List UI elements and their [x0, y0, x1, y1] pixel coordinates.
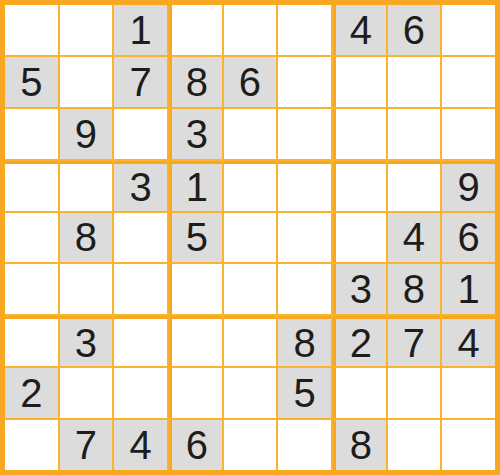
cell-r3c7[interactable] [333, 109, 386, 159]
cell-r4c8[interactable] [388, 161, 441, 211]
cell-r9c1[interactable] [5, 420, 58, 470]
cell-r1c1[interactable] [5, 5, 58, 55]
cell-r9c7[interactable]: 8 [333, 420, 386, 470]
cell-r5c1[interactable] [5, 213, 58, 263]
cell-r1c8[interactable]: 6 [388, 5, 441, 55]
cell-r6c6[interactable] [278, 264, 331, 314]
cell-r4c1[interactable] [5, 161, 58, 211]
cell-r2c5[interactable]: 6 [224, 57, 277, 107]
cell-r2c2[interactable] [60, 57, 113, 107]
cell-r2c1[interactable]: 5 [5, 57, 58, 107]
cell-r1c6[interactable] [278, 5, 331, 55]
cell-r9c4[interactable]: 6 [169, 420, 222, 470]
cell-r7c3[interactable] [114, 316, 167, 366]
cell-r5c8[interactable]: 4 [388, 213, 441, 263]
cell-r5c9[interactable]: 6 [442, 213, 495, 263]
cell-r7c6[interactable]: 8 [278, 316, 331, 366]
cell-r7c2[interactable]: 3 [60, 316, 113, 366]
cell-r5c4[interactable]: 5 [169, 213, 222, 263]
cell-r2c9[interactable] [442, 57, 495, 107]
cell-r4c5[interactable] [224, 161, 277, 211]
cell-r4c3[interactable]: 3 [114, 161, 167, 211]
cell-r2c6[interactable] [278, 57, 331, 107]
cell-r1c3[interactable]: 1 [114, 5, 167, 55]
cell-r8c1[interactable]: 2 [5, 368, 58, 418]
cell-r6c2[interactable] [60, 264, 113, 314]
cell-r2c7[interactable] [333, 57, 386, 107]
cell-r6c4[interactable] [169, 264, 222, 314]
cell-r9c5[interactable] [224, 420, 277, 470]
cell-r3c6[interactable] [278, 109, 331, 159]
cell-r8c4[interactable] [169, 368, 222, 418]
cell-r6c8[interactable]: 8 [388, 264, 441, 314]
cell-r1c7[interactable]: 4 [333, 5, 386, 55]
cell-r1c2[interactable] [60, 5, 113, 55]
cell-r2c3[interactable]: 7 [114, 57, 167, 107]
cell-r8c3[interactable] [114, 368, 167, 418]
cell-r3c9[interactable] [442, 109, 495, 159]
cell-r8c8[interactable] [388, 368, 441, 418]
sudoku-board: 146578693319854638138274257468 [0, 0, 500, 475]
cell-r3c1[interactable] [5, 109, 58, 159]
cell-r4c6[interactable] [278, 161, 331, 211]
cell-r1c4[interactable] [169, 5, 222, 55]
cell-r5c7[interactable] [333, 213, 386, 263]
cell-r3c5[interactable] [224, 109, 277, 159]
cell-r7c5[interactable] [224, 316, 277, 366]
cell-r4c2[interactable] [60, 161, 113, 211]
cell-r6c9[interactable]: 1 [442, 264, 495, 314]
cell-r4c7[interactable] [333, 161, 386, 211]
cell-r1c5[interactable] [224, 5, 277, 55]
cell-r6c5[interactable] [224, 264, 277, 314]
cell-r6c3[interactable] [114, 264, 167, 314]
cell-r8c9[interactable] [442, 368, 495, 418]
cell-r7c4[interactable] [169, 316, 222, 366]
cell-r6c1[interactable] [5, 264, 58, 314]
cell-r7c8[interactable]: 7 [388, 316, 441, 366]
cell-r8c6[interactable]: 5 [278, 368, 331, 418]
cell-r2c4[interactable]: 8 [169, 57, 222, 107]
cell-r7c7[interactable]: 2 [333, 316, 386, 366]
cell-r4c9[interactable]: 9 [442, 161, 495, 211]
cell-r5c6[interactable] [278, 213, 331, 263]
cell-r5c5[interactable] [224, 213, 277, 263]
cell-r9c6[interactable] [278, 420, 331, 470]
cell-r7c1[interactable] [5, 316, 58, 366]
cell-r6c7[interactable]: 3 [333, 264, 386, 314]
cell-r5c2[interactable]: 8 [60, 213, 113, 263]
cell-r1c9[interactable] [442, 5, 495, 55]
cell-r5c3[interactable] [114, 213, 167, 263]
cell-r9c8[interactable] [388, 420, 441, 470]
cell-r9c2[interactable]: 7 [60, 420, 113, 470]
cell-r8c2[interactable] [60, 368, 113, 418]
cell-r3c4[interactable]: 3 [169, 109, 222, 159]
cell-r9c3[interactable]: 4 [114, 420, 167, 470]
cell-r8c5[interactable] [224, 368, 277, 418]
cell-r9c9[interactable] [442, 420, 495, 470]
cell-r2c8[interactable] [388, 57, 441, 107]
cell-r3c8[interactable] [388, 109, 441, 159]
cell-r7c9[interactable]: 4 [442, 316, 495, 366]
cell-r8c7[interactable] [333, 368, 386, 418]
cell-r3c2[interactable]: 9 [60, 109, 113, 159]
cell-r3c3[interactable] [114, 109, 167, 159]
cell-r4c4[interactable]: 1 [169, 161, 222, 211]
